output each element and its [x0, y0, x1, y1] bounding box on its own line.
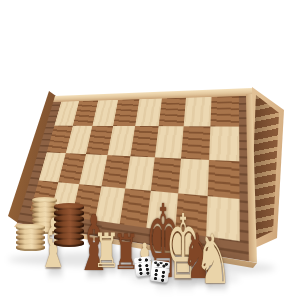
chess-set-photo: ♝ ♝ ♜ ♜ ♟ ♚ ♚ ♞ ♞ — [0, 0, 300, 300]
checker-disc — [16, 244, 45, 251]
board-square — [184, 97, 212, 127]
die-right — [150, 260, 170, 283]
board-square — [155, 126, 184, 158]
board-square — [209, 127, 239, 161]
board-square — [208, 159, 240, 198]
board-square — [178, 158, 209, 196]
checker-stack-light-front — [16, 224, 45, 251]
board-square — [135, 99, 162, 127]
light-knight: ♞ — [195, 226, 232, 294]
board-square — [181, 127, 210, 160]
board-square — [159, 98, 186, 127]
board-square — [210, 96, 239, 127]
